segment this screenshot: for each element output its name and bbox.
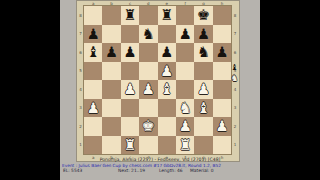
square-g2[interactable] — [194, 117, 212, 136]
square-d6[interactable] — [139, 43, 157, 62]
piece-black-knight-g6[interactable]: ♞ — [197, 43, 210, 62]
square-f8[interactable] — [176, 6, 194, 25]
rank-label-left-3: 3 — [77, 99, 84, 118]
square-d5[interactable] — [139, 62, 157, 81]
square-b5[interactable] — [102, 62, 120, 81]
square-c7[interactable] — [121, 25, 139, 44]
square-h4[interactable] — [213, 80, 231, 99]
event-line: Event : Julius Baer Gen Cup by chess.com… — [62, 163, 260, 168]
square-e4[interactable]: ♝ — [158, 80, 176, 99]
square-c5[interactable] — [121, 62, 139, 81]
piece-white-pawn-h2[interactable]: ♟ — [215, 117, 228, 136]
board-grid: ♜♜♚♟♞♟♟♝♟♟♟♞♟♟♟♟♝♟♟♞♝♚♟♟♜♜ — [84, 6, 231, 154]
rank-labels-left: 87654321 — [77, 6, 84, 154]
rank-label-right-8: 8 — [232, 6, 239, 25]
piece-black-rook-c8[interactable]: ♜ — [123, 6, 136, 25]
piece-black-pawn-h6[interactable]: ♟ — [215, 43, 228, 62]
piece-white-knight-f3[interactable]: ♞ — [179, 99, 192, 118]
square-g5[interactable] — [194, 62, 212, 81]
piece-white-bishop-g3[interactable]: ♝ — [197, 99, 210, 118]
square-d7[interactable]: ♞ — [139, 25, 157, 44]
stat-el: EL: 5543 — [63, 168, 82, 173]
rank-label-left-8: 8 — [77, 6, 84, 25]
rank-label-right-6: 6 — [232, 43, 239, 62]
chess-board: abcdefgh 87654321 ♜♜♚♟♞♟♟♝♟♟♟♞♟♟♟♟♝♟♟♞♝♚… — [77, 1, 239, 161]
square-g4[interactable]: ♟ — [194, 80, 212, 99]
square-e6[interactable]: ♟ — [158, 43, 176, 62]
square-b1[interactable] — [102, 136, 120, 155]
piece-white-pawn-d4[interactable]: ♟ — [142, 80, 155, 99]
players-line: Ponomja, Alexia (2257) - Fedoseev, Vld (… — [60, 157, 260, 162]
piece-black-pawn-e6[interactable]: ♟ — [160, 43, 173, 62]
square-e5[interactable]: ♟ — [158, 62, 176, 81]
piece-black-knight-d7[interactable]: ♞ — [142, 25, 155, 44]
rank-label-right-2: 2 — [232, 117, 239, 136]
square-e2[interactable] — [158, 117, 176, 136]
rank-label-left-2: 2 — [77, 117, 84, 136]
square-f7[interactable]: ♟ — [176, 25, 194, 44]
square-d8[interactable] — [139, 6, 157, 25]
piece-white-pawn-c4[interactable]: ♟ — [123, 80, 136, 99]
square-a1[interactable] — [84, 136, 102, 155]
square-c1[interactable]: ♜ — [121, 136, 139, 155]
rank-label-left-6: 6 — [77, 43, 84, 62]
piece-white-bishop-e4[interactable]: ♝ — [160, 80, 173, 99]
square-a3[interactable]: ♟ — [84, 99, 102, 118]
square-g6[interactable]: ♞ — [194, 43, 212, 62]
square-g1[interactable] — [194, 136, 212, 155]
square-f4[interactable] — [176, 80, 194, 99]
rank-label-right-3: 3 — [232, 99, 239, 118]
square-h1[interactable] — [213, 136, 231, 155]
stat-length: Length: 46 — [159, 168, 183, 173]
square-f5[interactable] — [176, 62, 194, 81]
square-c4[interactable]: ♟ — [121, 80, 139, 99]
square-d2[interactable]: ♚ — [139, 117, 157, 136]
square-e1[interactable] — [158, 136, 176, 155]
rank-label-left-1: 1 — [77, 136, 84, 155]
stat-material: Material: 0 — [190, 168, 214, 173]
piece-black-pawn-f7[interactable]: ♟ — [179, 25, 192, 44]
square-b3[interactable] — [102, 99, 120, 118]
square-h2[interactable]: ♟ — [213, 117, 231, 136]
square-d4[interactable]: ♟ — [139, 80, 157, 99]
square-g7[interactable]: ♟ — [194, 25, 212, 44]
square-d3[interactable] — [139, 99, 157, 118]
square-c2[interactable] — [121, 117, 139, 136]
piece-white-rook-f1[interactable]: ♜ — [179, 136, 192, 155]
rank-label-left-5: 5 — [77, 62, 84, 81]
square-c6[interactable]: ♟ — [121, 43, 139, 62]
square-a8[interactable] — [84, 6, 102, 25]
rank-label-left-4: 4 — [77, 80, 84, 99]
piece-white-king-d2[interactable]: ♚ — [142, 117, 155, 136]
square-e3[interactable] — [158, 99, 176, 118]
square-b7[interactable] — [102, 25, 120, 44]
square-b2[interactable] — [102, 117, 120, 136]
letterbox-left — [0, 0, 60, 180]
piece-black-bishop-a6[interactable]: ♝ — [87, 43, 100, 62]
square-e7[interactable] — [158, 25, 176, 44]
piece-white-pawn-a3[interactable]: ♟ — [87, 99, 100, 118]
square-g8[interactable]: ♚ — [194, 6, 212, 25]
captured-black-bishop-icon: ♝ — [231, 62, 239, 72]
square-f2[interactable]: ♟ — [176, 117, 194, 136]
square-h5[interactable] — [213, 62, 231, 81]
square-a5[interactable] — [84, 62, 102, 81]
material-tray: ♝♞ — [230, 62, 240, 83]
captured-white-knight-icon: ♞ — [231, 73, 239, 83]
square-a6[interactable]: ♝ — [84, 43, 102, 62]
square-c3[interactable] — [121, 99, 139, 118]
video-frame: abcdefgh 87654321 ♜♜♚♟♞♟♟♝♟♟♟♞♟♟♟♟♝♟♟♞♝♚… — [0, 0, 320, 180]
square-h6[interactable]: ♟ — [213, 43, 231, 62]
piece-white-pawn-f2[interactable]: ♟ — [179, 117, 192, 136]
rank-label-right-1: 1 — [232, 136, 239, 155]
square-h3[interactable] — [213, 99, 231, 118]
square-b4[interactable] — [102, 80, 120, 99]
letterbox-right — [260, 0, 320, 180]
square-f6[interactable] — [176, 43, 194, 62]
square-c8[interactable]: ♜ — [121, 6, 139, 25]
square-b6[interactable]: ♟ — [102, 43, 120, 62]
square-e8[interactable]: ♜ — [158, 6, 176, 25]
stats-line: EL: 5543 Next: 21..19 Length: 46 Materia… — [60, 168, 260, 174]
square-f3[interactable]: ♞ — [176, 99, 194, 118]
piece-black-pawn-c6[interactable]: ♟ — [123, 43, 136, 62]
square-a7[interactable]: ♟ — [84, 25, 102, 44]
square-h8[interactable] — [213, 6, 231, 25]
piece-black-king-g8[interactable]: ♚ — [197, 6, 210, 25]
piece-black-pawn-a7[interactable]: ♟ — [87, 25, 100, 44]
piece-white-pawn-g4[interactable]: ♟ — [197, 80, 210, 99]
square-a2[interactable] — [84, 117, 102, 136]
piece-white-pawn-e5[interactable]: ♟ — [160, 62, 173, 81]
rank-label-left-7: 7 — [77, 25, 84, 44]
square-a4[interactable] — [84, 80, 102, 99]
piece-black-pawn-b6[interactable]: ♟ — [105, 43, 118, 62]
stat-next: Next: 21..19 — [118, 168, 145, 173]
square-h7[interactable] — [213, 25, 231, 44]
square-g3[interactable]: ♝ — [194, 99, 212, 118]
chess-gui-window: abcdefgh 87654321 ♜♜♚♟♞♟♟♝♟♟♟♞♟♟♟♟♝♟♟♞♝♚… — [60, 0, 260, 180]
piece-white-rook-c1[interactable]: ♜ — [123, 136, 136, 155]
square-b8[interactable] — [102, 6, 120, 25]
piece-black-rook-e8[interactable]: ♜ — [160, 6, 173, 25]
square-f1[interactable]: ♜ — [176, 136, 194, 155]
rank-label-right-7: 7 — [232, 25, 239, 44]
piece-black-pawn-g7[interactable]: ♟ — [197, 25, 210, 44]
square-d1[interactable] — [139, 136, 157, 155]
